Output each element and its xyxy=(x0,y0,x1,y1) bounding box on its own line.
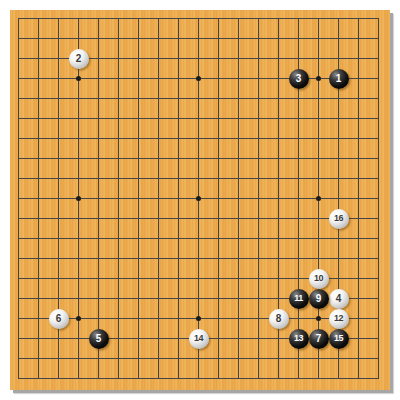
move-number: 8 xyxy=(276,314,282,324)
go-board[interactable]: 12345678910111213141516 xyxy=(10,10,390,390)
grid-line-horizontal xyxy=(18,358,379,359)
move-number: 6 xyxy=(56,314,62,324)
grid-line-vertical xyxy=(358,18,359,379)
star-point xyxy=(196,316,201,321)
stone-white-4: 4 xyxy=(329,289,349,309)
stone-white-10: 10 xyxy=(309,269,329,289)
grid-line-horizontal xyxy=(18,258,379,259)
move-number: 2 xyxy=(76,54,82,64)
page: 12345678910111213141516 xyxy=(0,0,400,400)
grid-line-horizontal xyxy=(18,238,379,239)
move-number: 7 xyxy=(316,334,322,344)
stone-black-15: 15 xyxy=(329,329,349,349)
star-point xyxy=(196,76,201,81)
stone-black-9: 9 xyxy=(309,289,329,309)
grid-line-horizontal xyxy=(18,378,379,379)
stone-black-1: 1 xyxy=(329,69,349,89)
star-point xyxy=(76,316,81,321)
grid-line-vertical xyxy=(218,18,219,379)
stone-black-3: 3 xyxy=(289,69,309,89)
star-point xyxy=(316,196,321,201)
grid-line-vertical xyxy=(258,18,259,379)
stone-black-7: 7 xyxy=(309,329,329,349)
grid-line-horizontal xyxy=(18,218,379,219)
move-number: 15 xyxy=(334,334,343,343)
move-number: 11 xyxy=(294,294,303,303)
grid-line-vertical xyxy=(238,18,239,379)
grid-line-vertical xyxy=(378,18,379,379)
move-number: 5 xyxy=(96,334,102,344)
move-number: 3 xyxy=(296,74,302,84)
move-number: 13 xyxy=(294,334,303,343)
stone-white-2: 2 xyxy=(69,49,89,69)
stone-white-8: 8 xyxy=(269,309,289,329)
move-number: 10 xyxy=(314,274,323,283)
stone-black-11: 11 xyxy=(289,289,309,309)
star-point xyxy=(316,316,321,321)
stone-white-14: 14 xyxy=(189,329,209,349)
stone-black-5: 5 xyxy=(89,329,109,349)
star-point xyxy=(76,196,81,201)
move-number: 1 xyxy=(336,74,342,84)
stone-white-6: 6 xyxy=(49,309,69,329)
move-number: 16 xyxy=(334,214,343,223)
move-number: 4 xyxy=(336,294,342,304)
move-number: 14 xyxy=(194,334,203,343)
move-number: 9 xyxy=(316,294,322,304)
star-point xyxy=(316,76,321,81)
star-point xyxy=(76,76,81,81)
stone-black-13: 13 xyxy=(289,329,309,349)
move-number: 12 xyxy=(334,314,343,323)
stone-white-16: 16 xyxy=(329,209,349,229)
star-point xyxy=(196,196,201,201)
stone-white-12: 12 xyxy=(329,309,349,329)
